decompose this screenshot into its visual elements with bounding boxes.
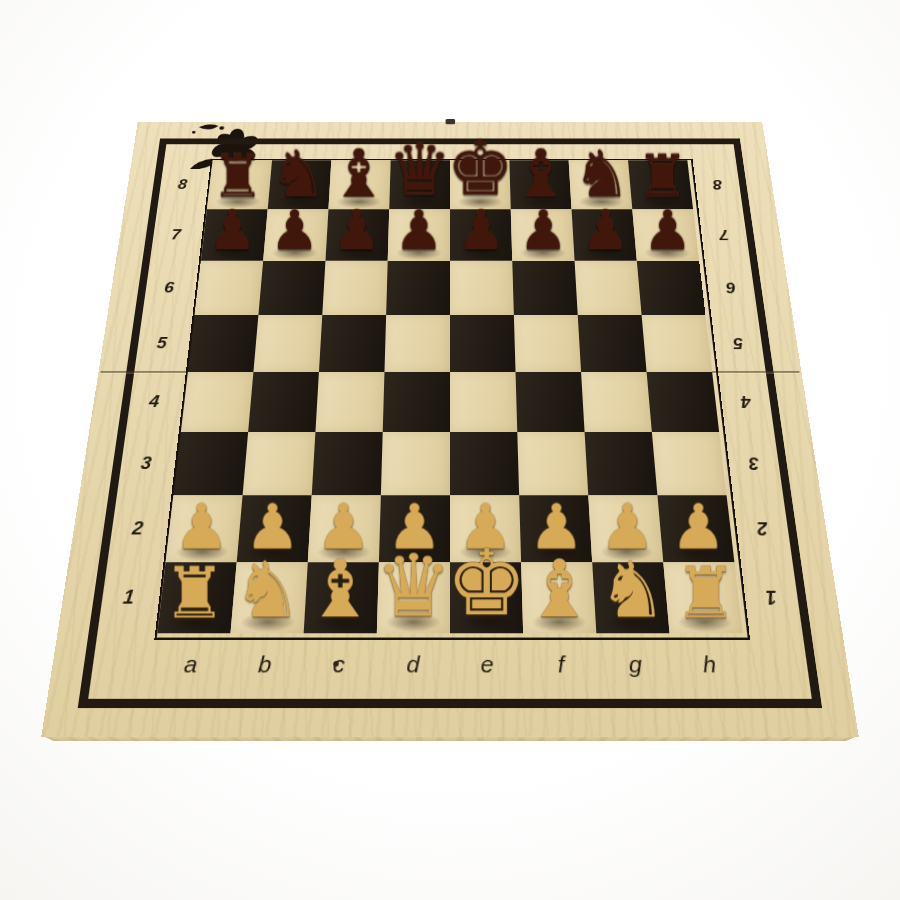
rank-label-left-6: 6 xyxy=(140,261,197,315)
square-g1[interactable]: ♞ xyxy=(592,562,669,633)
square-a3[interactable] xyxy=(173,432,248,495)
photo-scene: 87654321 87654321 ♜♞♝♛♚♝♞♜♟♟♟♟♟♟♟♟♟♟♟♟♟♟… xyxy=(0,0,900,900)
square-e3[interactable] xyxy=(450,432,519,495)
rank-label-right-6: 6 xyxy=(703,261,760,315)
piece-black-pawn[interactable]: ♟ xyxy=(270,203,319,258)
square-d6[interactable] xyxy=(386,261,450,315)
board-tilt-wrapper: 87654321 87654321 ♜♞♝♛♚♝♞♜♟♟♟♟♟♟♟♟♟♟♟♟♟♟… xyxy=(41,122,858,737)
square-d3[interactable] xyxy=(381,432,450,495)
piece-white-queen[interactable]: ♛ xyxy=(375,542,452,628)
square-f6[interactable] xyxy=(512,261,577,315)
square-c7[interactable]: ♟ xyxy=(325,209,389,261)
square-c3[interactable] xyxy=(312,432,383,495)
rank-label-left-8: 8 xyxy=(155,160,209,209)
square-f4[interactable] xyxy=(516,372,585,432)
piece-black-pawn[interactable]: ♟ xyxy=(581,203,630,258)
board-side-edge xyxy=(41,735,858,741)
piece-black-pawn[interactable]: ♟ xyxy=(332,203,381,258)
square-d7[interactable]: ♟ xyxy=(388,209,450,261)
piece-black-pawn[interactable]: ♟ xyxy=(643,203,692,258)
square-h4[interactable] xyxy=(647,372,720,432)
square-c1[interactable]: ♝ xyxy=(304,562,379,633)
rank-label-right-3: 3 xyxy=(723,432,785,495)
square-c6[interactable] xyxy=(322,261,387,315)
square-e6[interactable] xyxy=(450,261,514,315)
chess-board: 87654321 87654321 ♜♞♝♛♚♝♞♜♟♟♟♟♟♟♟♟♟♟♟♟♟♟… xyxy=(41,122,858,737)
piece-black-bishop[interactable]: ♝ xyxy=(329,140,388,206)
rank-label-right-2: 2 xyxy=(731,495,795,562)
rank-label-left-1: 1 xyxy=(95,562,161,633)
piece-white-rook[interactable]: ♜ xyxy=(163,558,226,629)
piece-white-bishop[interactable]: ♝ xyxy=(524,549,595,629)
piece-black-knight[interactable]: ♞ xyxy=(269,142,327,206)
square-a1[interactable]: ♜ xyxy=(157,562,236,633)
rank-label-right-5: 5 xyxy=(709,315,767,372)
piece-white-bishop[interactable]: ♝ xyxy=(305,549,376,629)
board-grid: ♜♞♝♛♚♝♞♜♟♟♟♟♟♟♟♟♟♟♟♟♟♟♟♟♜♞♝♛♚♝♞♜ xyxy=(154,159,750,640)
square-h3[interactable] xyxy=(652,432,727,495)
square-a4[interactable] xyxy=(181,372,254,432)
rank-label-left-2: 2 xyxy=(105,495,169,562)
square-e1[interactable]: ♚ xyxy=(450,562,523,633)
rank-label-left-3: 3 xyxy=(115,432,177,495)
piece-black-knight[interactable]: ♞ xyxy=(573,142,631,206)
square-f1[interactable]: ♝ xyxy=(521,562,596,633)
rank-label-right-8: 8 xyxy=(691,160,745,209)
square-g7[interactable]: ♟ xyxy=(572,209,637,261)
square-f7[interactable]: ♟ xyxy=(511,209,575,261)
piece-white-knight[interactable]: ♞ xyxy=(233,551,302,628)
square-b6[interactable] xyxy=(258,261,325,315)
square-b7[interactable]: ♟ xyxy=(263,209,328,261)
square-b3[interactable] xyxy=(243,432,316,495)
square-b4[interactable] xyxy=(248,372,319,432)
piece-black-pawn[interactable]: ♟ xyxy=(457,203,506,258)
rank-label-left-4: 4 xyxy=(124,372,184,432)
hinge-clasp-bottom xyxy=(443,736,458,738)
piece-white-rook[interactable]: ♜ xyxy=(674,558,737,629)
piece-white-pawn[interactable]: ♟ xyxy=(670,496,726,558)
square-h1[interactable]: ♜ xyxy=(663,562,742,633)
piece-white-king[interactable]: ♚ xyxy=(446,538,527,629)
piece-black-pawn[interactable]: ♟ xyxy=(519,203,568,258)
square-e7[interactable]: ♟ xyxy=(450,209,512,261)
square-f3[interactable] xyxy=(517,432,588,495)
square-d1[interactable]: ♛ xyxy=(377,562,450,633)
square-g6[interactable] xyxy=(575,261,642,315)
square-g3[interactable] xyxy=(585,432,658,495)
square-c4[interactable] xyxy=(315,372,384,432)
square-a6[interactable] xyxy=(195,261,264,315)
square-d4[interactable] xyxy=(383,372,450,432)
square-g4[interactable] xyxy=(581,372,652,432)
square-h6[interactable] xyxy=(637,261,706,315)
square-h7[interactable]: ♟ xyxy=(632,209,699,261)
piece-white-pawn[interactable]: ♟ xyxy=(174,496,230,558)
piece-black-pawn[interactable]: ♟ xyxy=(394,203,443,258)
square-e4[interactable] xyxy=(450,372,517,432)
piece-black-pawn[interactable]: ♟ xyxy=(208,203,257,258)
piece-white-knight[interactable]: ♞ xyxy=(598,551,667,628)
square-b1[interactable]: ♞ xyxy=(230,562,307,633)
piece-black-queen[interactable]: ♛ xyxy=(388,134,452,206)
rank-label-right-4: 4 xyxy=(716,372,776,432)
rank-label-right-1: 1 xyxy=(739,562,805,633)
rank-label-right-7: 7 xyxy=(697,209,752,261)
piece-black-king[interactable]: ♚ xyxy=(447,131,515,206)
piece-black-bishop[interactable]: ♝ xyxy=(511,140,570,206)
